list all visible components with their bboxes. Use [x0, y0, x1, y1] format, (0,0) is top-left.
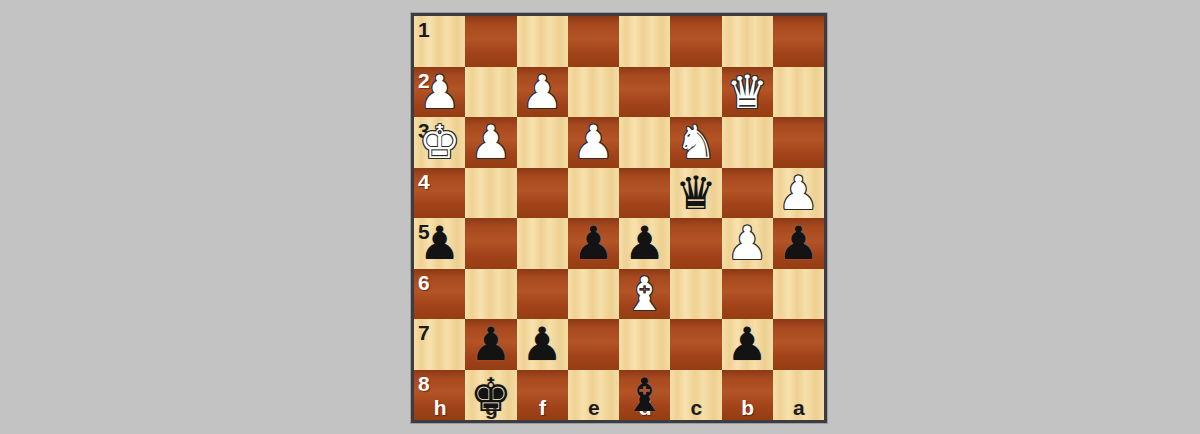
black-bishop-d8[interactable]: ♝: [619, 370, 670, 421]
square-d1[interactable]: [619, 16, 670, 67]
square-a4[interactable]: ♟: [773, 168, 824, 219]
white-king-h3[interactable]: ♚: [414, 117, 465, 168]
square-c2[interactable]: [670, 67, 721, 118]
square-f7[interactable]: ♟: [517, 319, 568, 370]
square-a3[interactable]: [773, 117, 824, 168]
square-h2[interactable]: 2♟: [414, 67, 465, 118]
file-label-f: f: [539, 397, 546, 418]
square-g2[interactable]: [465, 67, 516, 118]
square-d7[interactable]: [619, 319, 670, 370]
rank-label-6: 6: [418, 272, 430, 293]
square-e6[interactable]: [568, 269, 619, 320]
square-e2[interactable]: [568, 67, 619, 118]
square-g3[interactable]: ♟: [465, 117, 516, 168]
black-pawn-e5[interactable]: ♟: [568, 218, 619, 269]
square-h7[interactable]: 7: [414, 319, 465, 370]
black-pawn-f7[interactable]: ♟: [517, 319, 568, 370]
black-pawn-h5[interactable]: ♟: [414, 218, 465, 269]
square-b8[interactable]: b: [722, 370, 773, 421]
square-f6[interactable]: [517, 269, 568, 320]
square-d5[interactable]: ♟: [619, 218, 670, 269]
square-c6[interactable]: [670, 269, 721, 320]
black-pawn-b7[interactable]: ♟: [722, 319, 773, 370]
square-e5[interactable]: ♟: [568, 218, 619, 269]
square-h3[interactable]: 3♚: [414, 117, 465, 168]
square-b2[interactable]: ♛: [722, 67, 773, 118]
square-g5[interactable]: [465, 218, 516, 269]
square-c1[interactable]: [670, 16, 721, 67]
square-g1[interactable]: [465, 16, 516, 67]
rank-label-4: 4: [418, 171, 430, 192]
square-b6[interactable]: [722, 269, 773, 320]
square-g6[interactable]: [465, 269, 516, 320]
chess-board: 12♟♟♛3♚♟♟♞4♛♟5♟♟♟♟♟6♝7♟♟♟8hg♚fed♝cba: [414, 16, 824, 420]
square-h1[interactable]: 1: [414, 16, 465, 67]
square-e4[interactable]: [568, 168, 619, 219]
square-c8[interactable]: c: [670, 370, 721, 421]
board-frame: 12♟♟♛3♚♟♟♞4♛♟5♟♟♟♟♟6♝7♟♟♟8hg♚fed♝cba: [411, 13, 827, 423]
square-a2[interactable]: [773, 67, 824, 118]
white-pawn-f2[interactable]: ♟: [517, 67, 568, 118]
file-label-c: c: [691, 397, 703, 418]
white-bishop-d6[interactable]: ♝: [619, 269, 670, 320]
black-king-g8[interactable]: ♚: [465, 370, 516, 421]
square-b5[interactable]: ♟: [722, 218, 773, 269]
white-pawn-e3[interactable]: ♟: [568, 117, 619, 168]
white-knight-c3[interactable]: ♞: [670, 117, 721, 168]
white-pawn-b5[interactable]: ♟: [722, 218, 773, 269]
square-c4[interactable]: ♛: [670, 168, 721, 219]
square-f5[interactable]: [517, 218, 568, 269]
square-h4[interactable]: 4: [414, 168, 465, 219]
black-pawn-g7[interactable]: ♟: [465, 319, 516, 370]
square-b7[interactable]: ♟: [722, 319, 773, 370]
square-f8[interactable]: f: [517, 370, 568, 421]
square-b4[interactable]: [722, 168, 773, 219]
square-e1[interactable]: [568, 16, 619, 67]
white-pawn-g3[interactable]: ♟: [465, 117, 516, 168]
square-h8[interactable]: 8h: [414, 370, 465, 421]
black-pawn-d5[interactable]: ♟: [619, 218, 670, 269]
white-queen-b2[interactable]: ♛: [722, 67, 773, 118]
rank-label-1: 1: [418, 19, 430, 40]
square-a8[interactable]: a: [773, 370, 824, 421]
square-d2[interactable]: [619, 67, 670, 118]
square-f4[interactable]: [517, 168, 568, 219]
square-a5[interactable]: ♟: [773, 218, 824, 269]
square-f1[interactable]: [517, 16, 568, 67]
square-a7[interactable]: [773, 319, 824, 370]
square-d3[interactable]: [619, 117, 670, 168]
rank-label-8: 8: [418, 373, 430, 394]
square-c7[interactable]: [670, 319, 721, 370]
square-d4[interactable]: [619, 168, 670, 219]
square-h6[interactable]: 6: [414, 269, 465, 320]
square-f3[interactable]: [517, 117, 568, 168]
file-label-b: b: [741, 397, 754, 418]
square-e8[interactable]: e: [568, 370, 619, 421]
square-c5[interactable]: [670, 218, 721, 269]
square-h5[interactable]: 5♟: [414, 218, 465, 269]
file-label-a: a: [793, 397, 805, 418]
square-d8[interactable]: d♝: [619, 370, 670, 421]
square-a6[interactable]: [773, 269, 824, 320]
square-d6[interactable]: ♝: [619, 269, 670, 320]
square-g7[interactable]: ♟: [465, 319, 516, 370]
black-queen-c4[interactable]: ♛: [670, 168, 721, 219]
square-b3[interactable]: [722, 117, 773, 168]
rank-label-7: 7: [418, 322, 430, 343]
square-c3[interactable]: ♞: [670, 117, 721, 168]
square-f2[interactable]: ♟: [517, 67, 568, 118]
file-label-h: h: [434, 397, 447, 418]
square-a1[interactable]: [773, 16, 824, 67]
square-g4[interactable]: [465, 168, 516, 219]
white-pawn-a4[interactable]: ♟: [773, 168, 824, 219]
black-pawn-a5[interactable]: ♟: [773, 218, 824, 269]
square-g8[interactable]: g♚: [465, 370, 516, 421]
square-e3[interactable]: ♟: [568, 117, 619, 168]
white-pawn-h2[interactable]: ♟: [414, 67, 465, 118]
desktop-background: 12♟♟♛3♚♟♟♞4♛♟5♟♟♟♟♟6♝7♟♟♟8hg♚fed♝cba: [0, 0, 1200, 434]
square-b1[interactable]: [722, 16, 773, 67]
file-label-e: e: [588, 397, 600, 418]
square-e7[interactable]: [568, 319, 619, 370]
